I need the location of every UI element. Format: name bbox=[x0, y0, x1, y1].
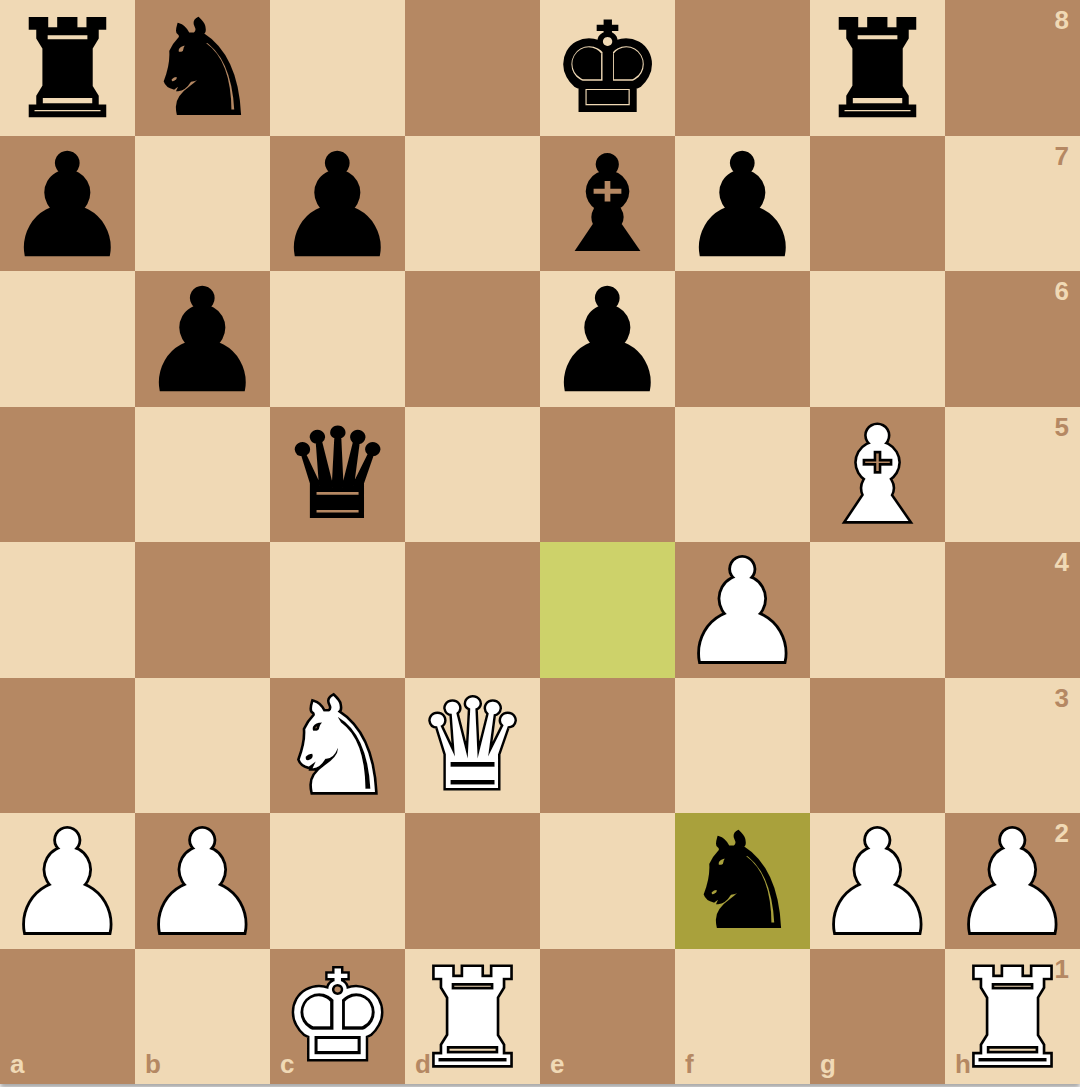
square-b8[interactable]: ♞ bbox=[135, 0, 270, 136]
square-e6[interactable]: ♟ bbox=[540, 271, 675, 407]
rank-label-4: 4 bbox=[1055, 549, 1069, 575]
square-h7[interactable]: 7 bbox=[945, 136, 1080, 272]
square-a2[interactable]: ♟ bbox=[0, 813, 135, 949]
square-e8[interactable]: ♚ bbox=[540, 0, 675, 136]
square-d5[interactable] bbox=[405, 407, 540, 543]
square-h2[interactable]: ♟2 bbox=[945, 813, 1080, 949]
file-label-e: e bbox=[550, 1051, 564, 1077]
square-f3[interactable] bbox=[675, 678, 810, 814]
square-g6[interactable] bbox=[810, 271, 945, 407]
file-label-a: a bbox=[10, 1051, 24, 1077]
file-label-g: g bbox=[820, 1051, 836, 1077]
file-label-c: c bbox=[280, 1051, 294, 1077]
square-a7[interactable]: ♟ bbox=[0, 136, 135, 272]
square-a6[interactable] bbox=[0, 271, 135, 407]
square-g3[interactable] bbox=[810, 678, 945, 814]
piece-white-pawn-a2[interactable]: ♟ bbox=[0, 806, 144, 960]
piece-white-pawn-g2[interactable]: ♟ bbox=[801, 806, 955, 960]
square-g5[interactable]: ♝ bbox=[810, 407, 945, 543]
square-e7[interactable]: ♝ bbox=[540, 136, 675, 272]
square-a8[interactable]: ♜ bbox=[0, 0, 135, 136]
square-b2[interactable]: ♟ bbox=[135, 813, 270, 949]
square-g7[interactable] bbox=[810, 136, 945, 272]
file-label-d: d bbox=[415, 1051, 431, 1077]
square-h5[interactable]: 5 bbox=[945, 407, 1080, 543]
piece-white-queen-d3[interactable]: ♛ bbox=[405, 678, 540, 814]
file-label-h: h bbox=[955, 1051, 971, 1077]
square-c5[interactable]: ♛ bbox=[270, 407, 405, 543]
square-a4[interactable] bbox=[0, 542, 135, 678]
square-b5[interactable] bbox=[135, 407, 270, 543]
square-g4[interactable] bbox=[810, 542, 945, 678]
square-b4[interactable] bbox=[135, 542, 270, 678]
piece-black-pawn-c7[interactable]: ♟ bbox=[261, 128, 415, 282]
square-f7[interactable]: ♟ bbox=[675, 136, 810, 272]
square-f5[interactable] bbox=[675, 407, 810, 543]
rank-label-8: 8 bbox=[1055, 7, 1069, 33]
rank-label-7: 7 bbox=[1055, 143, 1069, 169]
piece-black-king-e8[interactable]: ♚ bbox=[540, 0, 675, 136]
piece-black-pawn-e6[interactable]: ♟ bbox=[531, 264, 685, 418]
square-e3[interactable] bbox=[540, 678, 675, 814]
square-a5[interactable] bbox=[0, 407, 135, 543]
rank-label-5: 5 bbox=[1055, 414, 1069, 440]
file-label-b: b bbox=[145, 1051, 161, 1077]
square-e4[interactable] bbox=[540, 542, 675, 678]
square-e2[interactable] bbox=[540, 813, 675, 949]
rank-label-1: 1 bbox=[1055, 956, 1069, 982]
square-h3[interactable]: 3 bbox=[945, 678, 1080, 814]
square-a1[interactable]: a bbox=[0, 949, 135, 1085]
square-d7[interactable] bbox=[405, 136, 540, 272]
piece-black-rook-g8[interactable]: ♜ bbox=[805, 0, 951, 142]
square-c1[interactable]: ♚c bbox=[270, 949, 405, 1085]
piece-white-pawn-b2[interactable]: ♟ bbox=[126, 806, 280, 960]
square-h6[interactable]: 6 bbox=[945, 271, 1080, 407]
square-d8[interactable] bbox=[405, 0, 540, 136]
square-f8[interactable] bbox=[675, 0, 810, 136]
piece-black-knight-f2[interactable]: ♞ bbox=[671, 809, 814, 953]
square-f1[interactable]: f bbox=[675, 949, 810, 1085]
file-label-f: f bbox=[685, 1051, 694, 1077]
piece-black-bishop-e7[interactable]: ♝ bbox=[536, 131, 679, 275]
square-g1[interactable]: g bbox=[810, 949, 945, 1085]
square-f2[interactable]: ♞ bbox=[675, 813, 810, 949]
square-b7[interactable] bbox=[135, 136, 270, 272]
square-c6[interactable] bbox=[270, 271, 405, 407]
square-d1[interactable]: ♜d bbox=[405, 949, 540, 1085]
chess-board: ♜♞♚♜8♟♟♝♟7♟♟6♛♝5♟4♞♛3♟♟♞♟♟2ab♚c♜defg♜h1 bbox=[0, 0, 1080, 1084]
square-d2[interactable] bbox=[405, 813, 540, 949]
piece-black-pawn-a7[interactable]: ♟ bbox=[0, 128, 144, 282]
square-c2[interactable] bbox=[270, 813, 405, 949]
square-f4[interactable]: ♟ bbox=[675, 542, 810, 678]
square-g8[interactable]: ♜ bbox=[810, 0, 945, 136]
rank-label-2: 2 bbox=[1055, 820, 1069, 846]
piece-black-knight-b8[interactable]: ♞ bbox=[131, 0, 274, 140]
piece-black-rook-a8[interactable]: ♜ bbox=[0, 0, 140, 142]
square-h8[interactable]: 8 bbox=[945, 0, 1080, 136]
square-c8[interactable] bbox=[270, 0, 405, 136]
square-g2[interactable]: ♟ bbox=[810, 813, 945, 949]
piece-white-knight-c3[interactable]: ♞ bbox=[266, 673, 409, 817]
square-a3[interactable] bbox=[0, 678, 135, 814]
square-e5[interactable] bbox=[540, 407, 675, 543]
square-c4[interactable] bbox=[270, 542, 405, 678]
square-f6[interactable] bbox=[675, 271, 810, 407]
piece-white-bishop-g5[interactable]: ♝ bbox=[806, 402, 949, 546]
rank-label-3: 3 bbox=[1055, 685, 1069, 711]
piece-white-pawn-f4[interactable]: ♟ bbox=[666, 535, 820, 689]
square-d4[interactable] bbox=[405, 542, 540, 678]
piece-black-pawn-f7[interactable]: ♟ bbox=[666, 128, 820, 282]
piece-black-pawn-b6[interactable]: ♟ bbox=[126, 264, 280, 418]
square-b1[interactable]: b bbox=[135, 949, 270, 1085]
square-b6[interactable]: ♟ bbox=[135, 271, 270, 407]
square-c7[interactable]: ♟ bbox=[270, 136, 405, 272]
rank-label-6: 6 bbox=[1055, 278, 1069, 304]
square-d3[interactable]: ♛ bbox=[405, 678, 540, 814]
square-b3[interactable] bbox=[135, 678, 270, 814]
square-h1[interactable]: ♜h1 bbox=[945, 949, 1080, 1085]
square-c3[interactable]: ♞ bbox=[270, 678, 405, 814]
piece-black-queen-c5[interactable]: ♛ bbox=[270, 407, 405, 543]
square-h4[interactable]: 4 bbox=[945, 542, 1080, 678]
square-e1[interactable]: e bbox=[540, 949, 675, 1085]
square-d6[interactable] bbox=[405, 271, 540, 407]
